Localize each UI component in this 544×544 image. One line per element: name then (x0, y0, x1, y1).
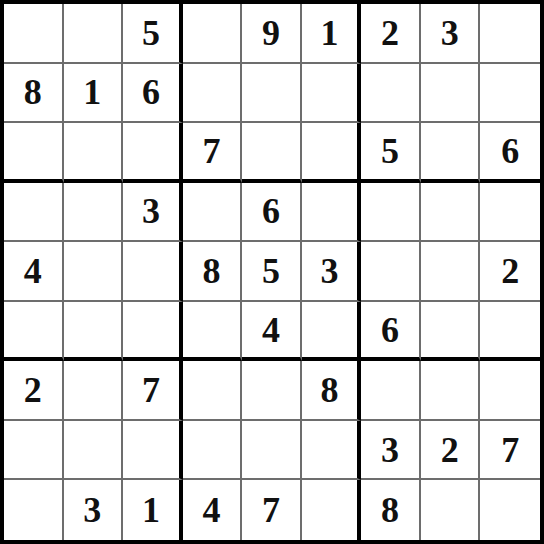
sudoku-cell-r7c5-empty[interactable] (242, 361, 302, 421)
sudoku-cell-r1c2-empty[interactable] (64, 4, 124, 64)
sudoku-cell-r7c7-empty[interactable] (361, 361, 421, 421)
sudoku-cell-r1c4-empty[interactable] (183, 4, 243, 64)
sudoku-cell-r1c3-given: 5 (123, 4, 183, 64)
sudoku-cell-r2c5-empty[interactable] (242, 64, 302, 124)
sudoku-cell-r9c7-given: 8 (361, 480, 421, 540)
sudoku-cell-r3c8-empty[interactable] (421, 123, 481, 183)
sudoku-cell-r3c9-given: 6 (480, 123, 540, 183)
sudoku-cell-r6c5-given: 4 (242, 302, 302, 362)
sudoku-cell-r8c8-given: 2 (421, 421, 481, 481)
sudoku-cell-r8c9-given: 7 (480, 421, 540, 481)
sudoku-cell-r4c6-empty[interactable] (302, 183, 362, 243)
sudoku-cell-r8c3-empty[interactable] (123, 421, 183, 481)
sudoku-cell-r4c9-empty[interactable] (480, 183, 540, 243)
sudoku-cell-r5c3-empty[interactable] (123, 242, 183, 302)
sudoku-cell-r2c1-given: 8 (4, 64, 64, 124)
sudoku-cell-r6c8-empty[interactable] (421, 302, 481, 362)
sudoku-cell-r6c1-empty[interactable] (4, 302, 64, 362)
sudoku-cell-r3c4-given: 7 (183, 123, 243, 183)
sudoku-cell-r3c2-empty[interactable] (64, 123, 124, 183)
sudoku-cell-r6c3-empty[interactable] (123, 302, 183, 362)
sudoku-cell-r5c4-given: 8 (183, 242, 243, 302)
sudoku-cell-r8c1-empty[interactable] (4, 421, 64, 481)
sudoku-cell-r2c4-empty[interactable] (183, 64, 243, 124)
sudoku-cell-r5c6-given: 3 (302, 242, 362, 302)
sudoku-cell-r1c7-given: 2 (361, 4, 421, 64)
sudoku-cell-r5c2-empty[interactable] (64, 242, 124, 302)
sudoku-cell-r5c5-given: 5 (242, 242, 302, 302)
sudoku-cell-r9c8-empty[interactable] (421, 480, 481, 540)
sudoku-cell-r9c6-empty[interactable] (302, 480, 362, 540)
sudoku-cell-r8c7-given: 3 (361, 421, 421, 481)
sudoku-cell-r4c1-empty[interactable] (4, 183, 64, 243)
sudoku-cell-r2c9-empty[interactable] (480, 64, 540, 124)
sudoku-cell-r1c6-given: 1 (302, 4, 362, 64)
sudoku-cell-r8c4-empty[interactable] (183, 421, 243, 481)
sudoku-cell-r5c9-given: 2 (480, 242, 540, 302)
sudoku-cell-r2c8-empty[interactable] (421, 64, 481, 124)
sudoku-cell-r3c7-given: 5 (361, 123, 421, 183)
sudoku-cell-r6c6-empty[interactable] (302, 302, 362, 362)
sudoku-cell-r5c8-empty[interactable] (421, 242, 481, 302)
sudoku-cell-r6c2-empty[interactable] (64, 302, 124, 362)
sudoku-cell-r9c3-given: 1 (123, 480, 183, 540)
sudoku-cell-r9c4-given: 4 (183, 480, 243, 540)
sudoku-cell-r5c7-empty[interactable] (361, 242, 421, 302)
sudoku-cell-r7c3-given: 7 (123, 361, 183, 421)
sudoku-cell-r4c4-empty[interactable] (183, 183, 243, 243)
sudoku-cell-r2c6-empty[interactable] (302, 64, 362, 124)
sudoku-cell-r7c6-given: 8 (302, 361, 362, 421)
sudoku-cell-r3c1-empty[interactable] (4, 123, 64, 183)
sudoku-cell-r4c8-empty[interactable] (421, 183, 481, 243)
sudoku-cell-r4c7-empty[interactable] (361, 183, 421, 243)
sudoku-cell-r9c1-empty[interactable] (4, 480, 64, 540)
sudoku-cell-r9c9-empty[interactable] (480, 480, 540, 540)
sudoku-cell-r7c2-empty[interactable] (64, 361, 124, 421)
sudoku-cell-r2c3-given: 6 (123, 64, 183, 124)
sudoku-cell-r1c5-given: 9 (242, 4, 302, 64)
sudoku-cell-r9c5-given: 7 (242, 480, 302, 540)
sudoku-cell-r4c5-given: 6 (242, 183, 302, 243)
sudoku-cell-r8c5-empty[interactable] (242, 421, 302, 481)
sudoku-cell-r9c2-given: 3 (64, 480, 124, 540)
sudoku-cell-r8c6-empty[interactable] (302, 421, 362, 481)
sudoku-grid: 5912381675636485324627832731478 (0, 0, 544, 544)
sudoku-cell-r4c2-empty[interactable] (64, 183, 124, 243)
sudoku-cell-r4c3-given: 3 (123, 183, 183, 243)
sudoku-cell-r6c7-given: 6 (361, 302, 421, 362)
sudoku-cell-r2c2-given: 1 (64, 64, 124, 124)
sudoku-cell-r6c9-empty[interactable] (480, 302, 540, 362)
sudoku-cell-r2c7-empty[interactable] (361, 64, 421, 124)
sudoku-cell-r6c4-empty[interactable] (183, 302, 243, 362)
sudoku-cell-r3c3-empty[interactable] (123, 123, 183, 183)
sudoku-cell-r7c8-empty[interactable] (421, 361, 481, 421)
sudoku-cell-r1c9-empty[interactable] (480, 4, 540, 64)
sudoku-cell-r7c9-empty[interactable] (480, 361, 540, 421)
sudoku-cell-r7c4-empty[interactable] (183, 361, 243, 421)
sudoku-cell-r3c6-empty[interactable] (302, 123, 362, 183)
sudoku-cell-r3c5-empty[interactable] (242, 123, 302, 183)
sudoku-cell-r5c1-given: 4 (4, 242, 64, 302)
sudoku-cell-r8c2-empty[interactable] (64, 421, 124, 481)
sudoku-cell-r1c1-empty[interactable] (4, 4, 64, 64)
sudoku-cell-r1c8-given: 3 (421, 4, 481, 64)
sudoku-puzzle: 5912381675636485324627832731478 (0, 0, 544, 544)
sudoku-cell-r7c1-given: 2 (4, 361, 64, 421)
